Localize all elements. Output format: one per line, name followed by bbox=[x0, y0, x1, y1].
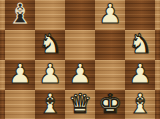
white-pawn-e4[interactable]: ♟ bbox=[98, 0, 122, 29]
square-d4[interactable] bbox=[65, 0, 95, 30]
chess-board: ♝♟♞♞♟♟♟♟♝♛♚♝ bbox=[0, 0, 160, 119]
white-queen-d1[interactable]: ♛ bbox=[68, 89, 92, 119]
white-pawn-f2[interactable]: ♟ bbox=[128, 59, 152, 89]
square-f4[interactable] bbox=[125, 0, 155, 30]
square-c2[interactable]: ♟ bbox=[35, 60, 65, 90]
white-pawn-d2[interactable]: ♟ bbox=[68, 59, 92, 89]
square-d2[interactable]: ♟ bbox=[65, 60, 95, 90]
white-pawn-c2[interactable]: ♟ bbox=[38, 59, 62, 89]
square-d3[interactable] bbox=[65, 30, 95, 60]
square-f1[interactable]: ♝ bbox=[125, 90, 155, 119]
square-b1[interactable] bbox=[5, 90, 35, 119]
white-king-e1[interactable]: ♚ bbox=[98, 89, 122, 119]
white-bishop-c1[interactable]: ♝ bbox=[38, 89, 62, 119]
square-c4[interactable] bbox=[35, 0, 65, 30]
black-bishop-b4[interactable]: ♝ bbox=[8, 0, 32, 29]
square-g1[interactable] bbox=[155, 90, 160, 119]
square-e3[interactable] bbox=[95, 30, 125, 60]
square-f3[interactable]: ♞ bbox=[125, 30, 155, 60]
square-e1[interactable]: ♚ bbox=[95, 90, 125, 119]
square-b3[interactable] bbox=[5, 30, 35, 60]
white-bishop-f1[interactable]: ♝ bbox=[128, 89, 152, 119]
square-e2[interactable] bbox=[95, 60, 125, 90]
square-b2[interactable]: ♟ bbox=[5, 60, 35, 90]
square-c3[interactable]: ♞ bbox=[35, 30, 65, 60]
white-knight-c3[interactable]: ♞ bbox=[38, 29, 62, 59]
square-d1[interactable]: ♛ bbox=[65, 90, 95, 119]
square-g3[interactable] bbox=[155, 30, 160, 60]
square-c1[interactable]: ♝ bbox=[35, 90, 65, 119]
square-b4[interactable]: ♝ bbox=[5, 0, 35, 30]
white-pawn-b2[interactable]: ♟ bbox=[8, 59, 32, 89]
square-g4[interactable] bbox=[155, 0, 160, 30]
white-knight-f3[interactable]: ♞ bbox=[128, 29, 152, 59]
square-e4[interactable]: ♟ bbox=[95, 0, 125, 30]
square-f2[interactable]: ♟ bbox=[125, 60, 155, 90]
square-g2[interactable] bbox=[155, 60, 160, 90]
screenshot-stage: ♝♟♞♞♟♟♟♟♝♛♚♝ bbox=[0, 0, 160, 119]
